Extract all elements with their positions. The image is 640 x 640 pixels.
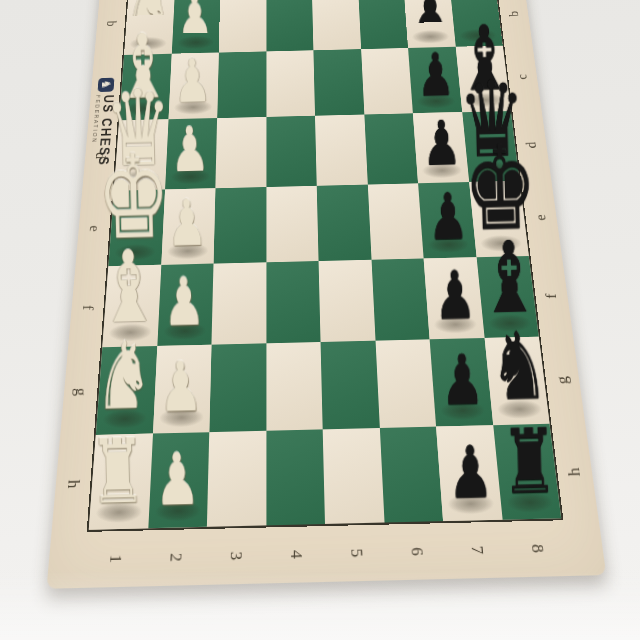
black-pawn-d7[interactable]: ♟ bbox=[422, 111, 462, 174]
square-h7[interactable]: ♟ bbox=[436, 425, 502, 521]
rank-label-bottom-6: 6 bbox=[389, 519, 444, 586]
rank-label-bottom-3: 3 bbox=[209, 523, 261, 590]
square-e2[interactable]: ♟ bbox=[161, 188, 215, 265]
square-g7[interactable]: ♟ bbox=[430, 338, 493, 427]
tablecloth-background: 12345678 12345678 abcdefgh abcdefgh ♞ US… bbox=[0, 0, 640, 640]
square-h6[interactable] bbox=[379, 427, 443, 523]
square-g5[interactable] bbox=[321, 341, 380, 430]
file-label-left-d: d bbox=[60, 141, 140, 170]
vinyl-chess-mat: 12345678 12345678 abcdefgh abcdefgh ♞ US… bbox=[46, 0, 606, 589]
rank-label-bottom-7: 7 bbox=[448, 517, 505, 584]
white-pawn-g2[interactable]: ♟ bbox=[158, 352, 203, 422]
file-label-left-f: f bbox=[44, 291, 130, 324]
file-label-left-c: c bbox=[67, 74, 144, 101]
square-h4[interactable] bbox=[266, 429, 325, 525]
square-d5[interactable] bbox=[315, 115, 367, 186]
file-label-left-b: b bbox=[74, 11, 149, 36]
square-b5[interactable] bbox=[312, 0, 361, 50]
square-h5[interactable] bbox=[323, 428, 384, 524]
square-g6[interactable] bbox=[375, 339, 436, 428]
file-label-right-c: c bbox=[484, 64, 562, 91]
file-label-right-f: f bbox=[508, 279, 596, 312]
square-e4[interactable] bbox=[266, 186, 319, 263]
rank-label-bottom-1: 1 bbox=[87, 526, 143, 593]
white-pawn-f2[interactable]: ♟ bbox=[162, 268, 205, 335]
rank-label-bottom-5: 5 bbox=[329, 520, 383, 587]
black-pawn-c7[interactable]: ♟ bbox=[416, 44, 455, 105]
square-f7[interactable]: ♟ bbox=[424, 257, 485, 339]
file-label-left-h: h bbox=[26, 464, 119, 503]
square-h3[interactable] bbox=[207, 431, 266, 527]
square-f3[interactable] bbox=[211, 262, 266, 344]
file-label-right-g: g bbox=[517, 362, 608, 398]
square-d6[interactable] bbox=[364, 113, 418, 184]
black-pawn-e7[interactable]: ♟ bbox=[427, 183, 469, 248]
square-c7[interactable]: ♟ bbox=[408, 47, 462, 114]
square-c2[interactable]: ♟ bbox=[168, 53, 219, 120]
square-e6[interactable] bbox=[367, 183, 423, 259]
rank-labels-bottom: 12345678 bbox=[82, 520, 570, 588]
perspective-scene: 12345678 12345678 abcdefgh abcdefgh ♞ US… bbox=[25, 0, 606, 589]
square-h2[interactable]: ♟ bbox=[148, 432, 209, 528]
square-b6[interactable] bbox=[358, 0, 408, 49]
square-d2[interactable]: ♟ bbox=[165, 118, 217, 189]
square-f4[interactable] bbox=[266, 261, 321, 343]
file-label-right-e: e bbox=[499, 202, 583, 233]
white-pawn-h2[interactable]: ♟ bbox=[154, 443, 201, 516]
black-pawn-h7[interactable]: ♟ bbox=[447, 435, 494, 508]
black-pawn-g7[interactable]: ♟ bbox=[440, 345, 485, 415]
square-f5[interactable] bbox=[319, 260, 376, 342]
square-g2[interactable]: ♟ bbox=[153, 345, 212, 434]
square-f6[interactable] bbox=[371, 258, 430, 340]
square-c6[interactable] bbox=[361, 48, 413, 115]
square-d4[interactable] bbox=[266, 116, 317, 187]
file-label-left-e: e bbox=[52, 213, 135, 244]
white-pawn-c2[interactable]: ♟ bbox=[173, 50, 212, 111]
file-label-right-b: b bbox=[477, 1, 553, 26]
rank-label-bottom-8: 8 bbox=[508, 516, 567, 583]
rank-label-bottom-4: 4 bbox=[270, 521, 322, 588]
black-pawn-b7[interactable]: ♟ bbox=[412, 0, 450, 40]
white-pawn-d2[interactable]: ♟ bbox=[169, 117, 209, 180]
square-b3[interactable] bbox=[219, 0, 266, 53]
square-e5[interactable] bbox=[317, 185, 371, 261]
square-c5[interactable] bbox=[313, 49, 364, 116]
square-f2[interactable]: ♟ bbox=[157, 264, 214, 346]
square-g3[interactable] bbox=[209, 343, 266, 432]
square-b4[interactable] bbox=[266, 0, 313, 51]
file-label-right-h: h bbox=[527, 452, 622, 490]
square-d3[interactable] bbox=[215, 117, 266, 188]
camera-tilt-wrapper: 12345678 12345678 abcdefgh abcdefgh ♞ US… bbox=[0, 0, 640, 640]
file-label-left-g: g bbox=[36, 374, 126, 410]
white-pawn-e2[interactable]: ♟ bbox=[166, 190, 208, 255]
file-label-right-d: d bbox=[491, 130, 572, 159]
square-c4[interactable] bbox=[266, 50, 315, 117]
black-pawn-f7[interactable]: ♟ bbox=[434, 261, 477, 328]
white-pawn-b2[interactable]: ♟ bbox=[176, 0, 214, 46]
rank-label-bottom-2: 2 bbox=[148, 524, 202, 591]
square-g4[interactable] bbox=[266, 342, 323, 431]
square-e3[interactable] bbox=[213, 187, 266, 264]
square-c3[interactable] bbox=[217, 51, 266, 118]
